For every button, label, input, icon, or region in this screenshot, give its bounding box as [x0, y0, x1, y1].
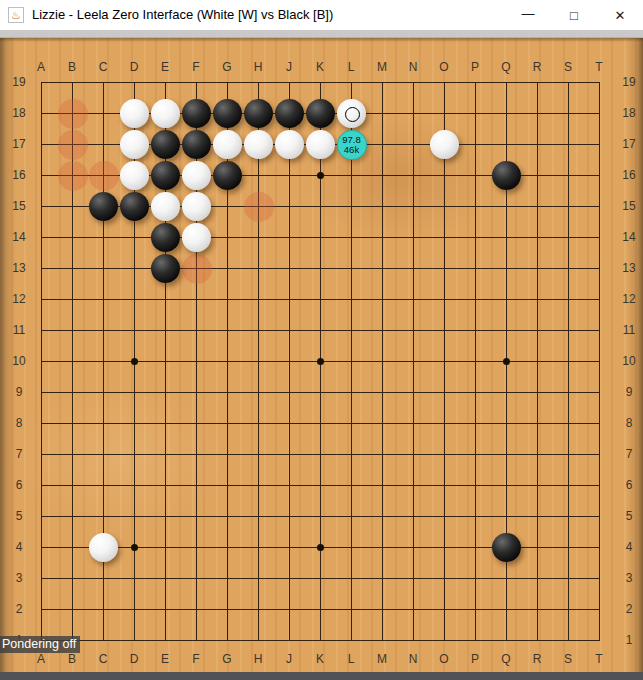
grid-line-vertical	[599, 82, 600, 641]
grid-line-horizontal	[41, 485, 600, 486]
column-label-top-T: T	[595, 61, 602, 73]
row-label-right-9: 9	[626, 386, 633, 398]
column-label-bottom-T: T	[595, 653, 602, 665]
row-label-left-19: 19	[12, 76, 25, 88]
column-label-top-Q: Q	[501, 61, 510, 73]
star-point-D10	[131, 358, 138, 365]
black-stone-G18[interactable]	[213, 99, 242, 128]
row-label-right-12: 12	[622, 293, 635, 305]
black-stone-Q16[interactable]	[492, 161, 521, 190]
row-label-right-14: 14	[622, 231, 635, 243]
candidate-move-H15[interactable]	[244, 192, 274, 222]
white-stone-H17[interactable]	[244, 130, 273, 159]
grid-line-vertical	[475, 82, 476, 641]
row-label-right-19: 19	[622, 76, 635, 88]
grid-line-vertical	[537, 82, 538, 641]
row-label-right-6: 6	[626, 479, 633, 491]
black-stone-F18[interactable]	[182, 99, 211, 128]
pondering-status: Pondering off	[0, 636, 80, 653]
column-label-bottom-P: P	[471, 653, 479, 665]
black-stone-E17[interactable]	[151, 130, 180, 159]
grid-line-vertical	[444, 82, 445, 641]
column-label-bottom-E: E	[161, 653, 169, 665]
grid-line-horizontal	[41, 423, 600, 424]
column-label-bottom-B: B	[68, 653, 76, 665]
best-move-suggestion-L17[interactable]: 97.846k	[337, 130, 367, 160]
black-stone-E16[interactable]	[151, 161, 180, 190]
white-stone-D18[interactable]	[120, 99, 149, 128]
column-label-top-P: P	[471, 61, 479, 73]
column-label-bottom-O: O	[439, 653, 448, 665]
column-label-bottom-R: R	[533, 653, 542, 665]
grid-line-vertical	[382, 82, 383, 641]
column-label-bottom-F: F	[192, 653, 199, 665]
lizzie-window: ♨ Lizzie - Leela Zero Interface (White […	[0, 0, 643, 680]
column-label-top-R: R	[533, 61, 542, 73]
candidate-move-C16[interactable]	[89, 161, 119, 191]
black-stone-D15[interactable]	[120, 192, 149, 221]
row-label-left-18: 18	[12, 107, 25, 119]
white-stone-F14[interactable]	[182, 223, 211, 252]
white-stone-E18[interactable]	[151, 99, 180, 128]
black-stone-K18[interactable]	[306, 99, 335, 128]
column-label-top-M: M	[377, 61, 387, 73]
row-label-right-4: 4	[626, 541, 633, 553]
star-point-K10	[317, 358, 324, 365]
column-label-bottom-J: J	[286, 653, 292, 665]
column-label-top-A: A	[37, 61, 45, 73]
grid-line-horizontal	[41, 454, 600, 455]
column-label-bottom-D: D	[130, 653, 139, 665]
row-label-right-7: 7	[626, 448, 633, 460]
row-label-left-14: 14	[12, 231, 25, 243]
candidate-move-B18[interactable]	[58, 99, 88, 129]
white-stone-D17[interactable]	[120, 130, 149, 159]
white-stone-C4[interactable]	[89, 533, 118, 562]
white-stone-K17[interactable]	[306, 130, 335, 159]
black-stone-Q4[interactable]	[492, 533, 521, 562]
white-stone-F16[interactable]	[182, 161, 211, 190]
column-label-top-B: B	[68, 61, 76, 73]
row-label-left-6: 6	[16, 479, 23, 491]
row-label-left-10: 10	[12, 355, 25, 367]
row-label-left-13: 13	[12, 262, 25, 274]
row-label-right-11: 11	[623, 324, 635, 336]
column-label-bottom-A: A	[37, 653, 45, 665]
column-label-top-J: J	[286, 61, 292, 73]
row-label-right-3: 3	[626, 572, 633, 584]
row-label-right-5: 5	[626, 510, 633, 522]
grid-line-horizontal	[41, 609, 600, 610]
grid-line-horizontal	[41, 578, 600, 579]
column-label-top-N: N	[409, 61, 418, 73]
row-label-right-10: 10	[622, 355, 635, 367]
row-label-right-16: 16	[622, 169, 635, 181]
black-stone-C15[interactable]	[89, 192, 118, 221]
go-board[interactable]: AABBCCDDEEFFGGHHJJKKLLMMNNOOPPQQRRSSTT19…	[0, 0, 643, 680]
row-label-left-16: 16	[12, 169, 25, 181]
row-label-right-8: 8	[626, 417, 633, 429]
grid-line-vertical	[568, 82, 569, 641]
row-label-left-15: 15	[12, 200, 25, 212]
grid-line-horizontal	[41, 392, 600, 393]
black-stone-G16[interactable]	[213, 161, 242, 190]
column-label-top-C: C	[99, 61, 108, 73]
row-label-left-5: 5	[16, 510, 23, 522]
row-label-left-2: 2	[16, 603, 23, 615]
star-point-K16	[317, 172, 324, 179]
row-label-left-3: 3	[16, 572, 23, 584]
column-label-bottom-S: S	[564, 653, 572, 665]
grid-line-horizontal	[41, 640, 600, 641]
column-label-bottom-M: M	[377, 653, 387, 665]
column-label-top-H: H	[254, 61, 263, 73]
column-label-top-E: E	[161, 61, 169, 73]
window-bottom-edge	[0, 672, 643, 680]
column-label-top-S: S	[564, 61, 572, 73]
white-stone-J17[interactable]	[275, 130, 304, 159]
black-stone-F17[interactable]	[182, 130, 211, 159]
row-label-right-1: 1	[626, 634, 633, 646]
column-label-top-F: F	[192, 61, 199, 73]
black-stone-E14[interactable]	[151, 223, 180, 252]
column-label-bottom-G: G	[222, 653, 231, 665]
row-label-right-17: 17	[622, 138, 635, 150]
white-stone-F15[interactable]	[182, 192, 211, 221]
row-label-right-13: 13	[622, 262, 635, 274]
row-label-left-7: 7	[16, 448, 23, 460]
column-label-bottom-K: K	[316, 653, 324, 665]
grid-line-horizontal	[41, 516, 600, 517]
column-label-bottom-H: H	[254, 653, 263, 665]
row-label-left-17: 17	[12, 138, 25, 150]
row-label-left-11: 11	[13, 324, 25, 336]
row-label-right-18: 18	[622, 107, 635, 119]
column-label-bottom-N: N	[409, 653, 418, 665]
row-label-right-2: 2	[626, 603, 633, 615]
row-label-left-4: 4	[16, 541, 23, 553]
grid-line-vertical	[351, 82, 352, 641]
grid-line-vertical	[413, 82, 414, 641]
white-stone-E15[interactable]	[151, 192, 180, 221]
column-label-bottom-C: C	[99, 653, 108, 665]
column-label-bottom-Q: Q	[501, 653, 510, 665]
column-label-top-L: L	[348, 61, 355, 73]
column-label-top-D: D	[130, 61, 139, 73]
row-label-left-9: 9	[16, 386, 23, 398]
black-stone-E13[interactable]	[151, 254, 180, 283]
candidate-move-F13[interactable]	[182, 254, 212, 284]
black-stone-H18[interactable]	[244, 99, 273, 128]
black-stone-J18[interactable]	[275, 99, 304, 128]
last-move-marker-L18	[345, 107, 360, 122]
row-label-right-15: 15	[622, 200, 635, 212]
column-label-bottom-L: L	[348, 653, 355, 665]
white-stone-D16[interactable]	[120, 161, 149, 190]
star-point-K4	[317, 544, 324, 551]
star-point-Q10	[503, 358, 510, 365]
column-label-top-O: O	[439, 61, 448, 73]
candidate-move-B16[interactable]	[58, 161, 88, 191]
column-label-top-K: K	[316, 61, 324, 73]
column-label-top-G: G	[222, 61, 231, 73]
candidate-move-B17[interactable]	[58, 130, 88, 160]
white-stone-O17[interactable]	[430, 130, 459, 159]
row-label-left-8: 8	[16, 417, 23, 429]
row-label-left-12: 12	[12, 293, 25, 305]
white-stone-G17[interactable]	[213, 130, 242, 159]
best-move-visits: 46k	[344, 145, 359, 155]
star-point-D4	[131, 544, 138, 551]
